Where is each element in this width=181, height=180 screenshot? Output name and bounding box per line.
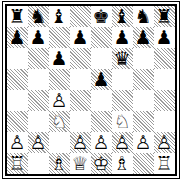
square-h4[interactable] bbox=[154, 90, 175, 111]
black-bishop-glyph: ♝ bbox=[113, 6, 130, 27]
black-pawn-glyph: ♟ bbox=[134, 27, 151, 48]
piece-white-pawn: ♟♙ bbox=[133, 132, 154, 153]
black-pawn-glyph: ♟ bbox=[8, 27, 25, 48]
piece-white-rook: ♜♖ bbox=[7, 153, 28, 174]
square-h5[interactable] bbox=[154, 69, 175, 90]
chess-board: ♜♞♝♚♝♞♜♟♟♟♟♟♟♟♛♟♟♙♞♘♞♘♟♙♟♙♟♙♟♙♟♙♟♙♟♙♜♖♝♗… bbox=[5, 4, 177, 176]
square-f5[interactable] bbox=[112, 69, 133, 90]
white-king-glyph: ♔ bbox=[92, 153, 109, 174]
piece-white-queen: ♛♕ bbox=[70, 153, 91, 174]
piece-black-rook: ♜ bbox=[7, 6, 28, 27]
square-h7[interactable]: ♟ bbox=[154, 27, 175, 48]
piece-white-pawn: ♟♙ bbox=[112, 132, 133, 153]
piece-white-pawn: ♟♙ bbox=[7, 132, 28, 153]
square-g1[interactable] bbox=[133, 153, 154, 174]
square-a8[interactable]: ♜ bbox=[7, 6, 28, 27]
square-g4[interactable] bbox=[133, 90, 154, 111]
square-c7[interactable] bbox=[49, 27, 70, 48]
piece-black-rook: ♜ bbox=[154, 6, 175, 27]
square-a4[interactable] bbox=[7, 90, 28, 111]
square-b8[interactable]: ♞ bbox=[28, 6, 49, 27]
square-f8[interactable]: ♝ bbox=[112, 6, 133, 27]
piece-white-bishop: ♝♗ bbox=[49, 153, 70, 174]
square-a2[interactable]: ♟♙ bbox=[7, 132, 28, 153]
board-frame: ♜♞♝♚♝♞♜♟♟♟♟♟♟♟♛♟♟♙♞♘♞♘♟♙♟♙♟♙♟♙♟♙♟♙♟♙♜♖♝♗… bbox=[2, 1, 180, 179]
black-pawn-glyph: ♟ bbox=[155, 27, 172, 48]
white-rook-glyph: ♖ bbox=[8, 153, 25, 174]
white-pawn-glyph: ♙ bbox=[29, 132, 46, 153]
black-pawn-glyph: ♟ bbox=[29, 27, 46, 48]
square-c8[interactable]: ♝ bbox=[49, 6, 70, 27]
square-a3[interactable] bbox=[7, 111, 28, 132]
square-d7[interactable]: ♟ bbox=[70, 27, 91, 48]
square-f3[interactable]: ♞♘ bbox=[112, 111, 133, 132]
piece-white-pawn: ♟♙ bbox=[70, 132, 91, 153]
piece-black-pawn: ♟ bbox=[133, 27, 154, 48]
square-e8[interactable]: ♚ bbox=[91, 6, 112, 27]
piece-white-pawn: ♟♙ bbox=[28, 132, 49, 153]
square-d2[interactable]: ♟♙ bbox=[70, 132, 91, 153]
square-h6[interactable] bbox=[154, 48, 175, 69]
piece-white-bishop: ♝♗ bbox=[112, 153, 133, 174]
square-c1[interactable]: ♝♗ bbox=[49, 153, 70, 174]
square-b4[interactable] bbox=[28, 90, 49, 111]
square-g7[interactable]: ♟ bbox=[133, 27, 154, 48]
square-h3[interactable] bbox=[154, 111, 175, 132]
square-f2[interactable]: ♟♙ bbox=[112, 132, 133, 153]
square-c5[interactable] bbox=[49, 69, 70, 90]
white-knight-glyph: ♘ bbox=[113, 111, 130, 132]
white-pawn-glyph: ♙ bbox=[71, 132, 88, 153]
piece-black-pawn: ♟ bbox=[112, 27, 133, 48]
square-e2[interactable]: ♟♙ bbox=[91, 132, 112, 153]
square-d6[interactable] bbox=[70, 48, 91, 69]
square-f4[interactable] bbox=[112, 90, 133, 111]
black-pawn-glyph: ♟ bbox=[113, 27, 130, 48]
white-pawn-glyph: ♙ bbox=[50, 90, 67, 111]
piece-black-king: ♚ bbox=[91, 6, 112, 27]
square-h1[interactable]: ♜♖ bbox=[154, 153, 175, 174]
square-d4[interactable] bbox=[70, 90, 91, 111]
chess-diagram: ♜♞♝♚♝♞♜♟♟♟♟♟♟♟♛♟♟♙♞♘♞♘♟♙♟♙♟♙♟♙♟♙♟♙♟♙♜♖♝♗… bbox=[0, 0, 181, 180]
piece-black-bishop: ♝ bbox=[112, 6, 133, 27]
piece-black-queen: ♛ bbox=[112, 48, 133, 69]
square-b6[interactable] bbox=[28, 48, 49, 69]
square-e7[interactable] bbox=[91, 27, 112, 48]
white-pawn-glyph: ♙ bbox=[92, 132, 109, 153]
piece-black-pawn: ♟ bbox=[49, 48, 70, 69]
square-g3[interactable] bbox=[133, 111, 154, 132]
square-f7[interactable]: ♟ bbox=[112, 27, 133, 48]
white-bishop-glyph: ♗ bbox=[50, 153, 67, 174]
piece-black-bishop: ♝ bbox=[49, 6, 70, 27]
square-a6[interactable] bbox=[7, 48, 28, 69]
piece-white-king: ♚♔ bbox=[91, 153, 112, 174]
square-d5[interactable] bbox=[70, 69, 91, 90]
piece-white-knight: ♞♘ bbox=[49, 111, 70, 132]
black-pawn-glyph: ♟ bbox=[71, 27, 88, 48]
square-c4[interactable]: ♟♙ bbox=[49, 90, 70, 111]
square-e3[interactable] bbox=[91, 111, 112, 132]
black-knight-glyph: ♞ bbox=[29, 6, 46, 27]
white-pawn-glyph: ♙ bbox=[113, 132, 130, 153]
square-b1[interactable] bbox=[28, 153, 49, 174]
square-c3[interactable]: ♞♘ bbox=[49, 111, 70, 132]
white-pawn-glyph: ♙ bbox=[134, 132, 151, 153]
square-e4[interactable] bbox=[91, 90, 112, 111]
black-pawn-glyph: ♟ bbox=[50, 48, 67, 69]
square-g5[interactable] bbox=[133, 69, 154, 90]
white-queen-glyph: ♕ bbox=[71, 153, 88, 174]
square-c6[interactable]: ♟ bbox=[49, 48, 70, 69]
white-rook-glyph: ♖ bbox=[155, 153, 172, 174]
piece-black-knight: ♞ bbox=[28, 6, 49, 27]
square-b3[interactable] bbox=[28, 111, 49, 132]
white-bishop-glyph: ♗ bbox=[113, 153, 130, 174]
square-a1[interactable]: ♜♖ bbox=[7, 153, 28, 174]
square-a5[interactable] bbox=[7, 69, 28, 90]
square-a7[interactable]: ♟ bbox=[7, 27, 28, 48]
square-d8[interactable] bbox=[70, 6, 91, 27]
piece-black-pawn: ♟ bbox=[91, 69, 112, 90]
square-h8[interactable]: ♜ bbox=[154, 6, 175, 27]
black-queen-glyph: ♛ bbox=[113, 48, 130, 69]
square-f6[interactable]: ♛ bbox=[112, 48, 133, 69]
piece-black-pawn: ♟ bbox=[7, 27, 28, 48]
square-f1[interactable]: ♝♗ bbox=[112, 153, 133, 174]
square-b5[interactable] bbox=[28, 69, 49, 90]
black-rook-glyph: ♜ bbox=[8, 6, 25, 27]
square-b7[interactable]: ♟ bbox=[28, 27, 49, 48]
piece-white-pawn: ♟♙ bbox=[154, 132, 175, 153]
square-d1[interactable]: ♛♕ bbox=[70, 153, 91, 174]
piece-black-pawn: ♟ bbox=[70, 27, 91, 48]
white-pawn-glyph: ♙ bbox=[155, 132, 172, 153]
black-king-glyph: ♚ bbox=[92, 6, 109, 27]
square-h2[interactable]: ♟♙ bbox=[154, 132, 175, 153]
piece-white-rook: ♜♖ bbox=[154, 153, 175, 174]
piece-white-pawn: ♟♙ bbox=[91, 132, 112, 153]
piece-black-knight: ♞ bbox=[133, 6, 154, 27]
white-knight-glyph: ♘ bbox=[50, 111, 67, 132]
square-d3[interactable] bbox=[70, 111, 91, 132]
square-b2[interactable]: ♟♙ bbox=[28, 132, 49, 153]
square-g2[interactable]: ♟♙ bbox=[133, 132, 154, 153]
black-pawn-glyph: ♟ bbox=[92, 69, 109, 90]
square-g6[interactable] bbox=[133, 48, 154, 69]
black-bishop-glyph: ♝ bbox=[50, 6, 67, 27]
black-rook-glyph: ♜ bbox=[155, 6, 172, 27]
black-knight-glyph: ♞ bbox=[134, 6, 151, 27]
white-pawn-glyph: ♙ bbox=[8, 132, 25, 153]
square-e6[interactable] bbox=[91, 48, 112, 69]
piece-black-pawn: ♟ bbox=[28, 27, 49, 48]
square-e5[interactable]: ♟ bbox=[91, 69, 112, 90]
piece-white-pawn: ♟♙ bbox=[49, 90, 70, 111]
square-c2[interactable] bbox=[49, 132, 70, 153]
piece-white-knight: ♞♘ bbox=[112, 111, 133, 132]
square-e1[interactable]: ♚♔ bbox=[91, 153, 112, 174]
square-g8[interactable]: ♞ bbox=[133, 6, 154, 27]
piece-black-pawn: ♟ bbox=[154, 27, 175, 48]
